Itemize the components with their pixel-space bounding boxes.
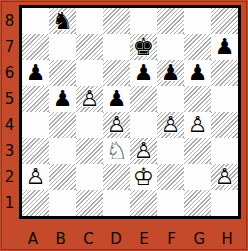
square-d3[interactable]: ♞♘ <box>103 138 130 164</box>
piece-halo: ♟ <box>154 110 187 140</box>
square-b4[interactable] <box>49 112 76 138</box>
piece-halo: ♟ <box>181 110 214 140</box>
square-f7[interactable] <box>157 34 184 60</box>
square-e7[interactable]: ♚♚ <box>130 34 157 60</box>
square-a8[interactable] <box>22 8 49 34</box>
square-f5[interactable] <box>157 86 184 112</box>
file-label-h: H <box>213 223 241 249</box>
file-label-c: C <box>75 223 103 249</box>
square-h3[interactable] <box>211 138 238 164</box>
piece-white-pawn-g4: ♙ <box>184 112 211 138</box>
piece-white-pawn-e3: ♙ <box>130 138 157 164</box>
square-c3[interactable] <box>76 138 103 164</box>
file-label-g: G <box>186 223 214 249</box>
rank-label-3: 3 <box>0 138 19 164</box>
square-g6[interactable]: ♟♟ <box>184 60 211 86</box>
square-e5[interactable] <box>130 86 157 112</box>
square-b8[interactable]: ♞♞ <box>49 8 76 34</box>
rank-label-2: 2 <box>0 164 19 190</box>
square-e1[interactable] <box>130 190 157 216</box>
square-g5[interactable] <box>184 86 211 112</box>
piece-halo: ♞ <box>46 6 79 36</box>
chessboard: ♞♞♚♚♟♟♟♟♟♟♟♟♟♟♟♟♟♙♟♟♟♙♟♙♟♙♞♘♟♙♟♙♚♔♟♙ <box>22 8 238 216</box>
piece-black-pawn-d5: ♟ <box>103 86 130 112</box>
square-g2[interactable] <box>184 164 211 190</box>
square-d4[interactable]: ♟♙ <box>103 112 130 138</box>
square-h4[interactable] <box>211 112 238 138</box>
square-g1[interactable] <box>184 190 211 216</box>
file-label-e: E <box>130 223 158 249</box>
piece-halo: ♞ <box>100 136 133 166</box>
rank-label-5: 5 <box>0 86 19 112</box>
piece-halo: ♟ <box>73 84 106 114</box>
square-b1[interactable] <box>49 190 76 216</box>
square-c7[interactable] <box>76 34 103 60</box>
square-e6[interactable]: ♟♟ <box>130 60 157 86</box>
square-h6[interactable] <box>211 60 238 86</box>
square-b2[interactable] <box>49 164 76 190</box>
file-label-a: A <box>19 223 47 249</box>
square-a7[interactable] <box>22 34 49 60</box>
piece-halo: ♟ <box>181 58 214 88</box>
square-e2[interactable]: ♚♔ <box>130 164 157 190</box>
square-d1[interactable] <box>103 190 130 216</box>
square-g4[interactable]: ♟♙ <box>184 112 211 138</box>
rank-labels: 87654321 <box>0 8 19 216</box>
piece-halo: ♟ <box>127 136 160 166</box>
square-f1[interactable] <box>157 190 184 216</box>
file-label-f: F <box>158 223 186 249</box>
piece-halo: ♟ <box>19 162 52 192</box>
square-f6[interactable]: ♟♟ <box>157 60 184 86</box>
square-h7[interactable]: ♟♟ <box>211 34 238 60</box>
square-e4[interactable] <box>130 112 157 138</box>
square-b6[interactable] <box>49 60 76 86</box>
square-c5[interactable]: ♟♙ <box>76 86 103 112</box>
rank-label-6: 6 <box>0 60 19 86</box>
square-b3[interactable] <box>49 138 76 164</box>
rank-label-7: 7 <box>0 34 19 60</box>
piece-halo: ♟ <box>208 162 241 192</box>
piece-black-pawn-h7: ♟ <box>211 34 238 60</box>
square-a1[interactable] <box>22 190 49 216</box>
square-f8[interactable] <box>157 8 184 34</box>
square-g7[interactable] <box>184 34 211 60</box>
square-g8[interactable] <box>184 8 211 34</box>
piece-halo: ♟ <box>46 84 79 114</box>
piece-black-pawn-f6: ♟ <box>157 60 184 86</box>
square-f3[interactable] <box>157 138 184 164</box>
square-b7[interactable] <box>49 34 76 60</box>
square-f2[interactable] <box>157 164 184 190</box>
file-label-b: B <box>47 223 75 249</box>
square-c8[interactable] <box>76 8 103 34</box>
rank-label-8: 8 <box>0 8 19 34</box>
piece-halo: ♟ <box>100 84 133 114</box>
piece-white-pawn-d4: ♙ <box>103 112 130 138</box>
square-e8[interactable] <box>130 8 157 34</box>
piece-halo: ♟ <box>208 32 241 62</box>
piece-white-king-e2: ♔ <box>130 164 157 190</box>
square-d7[interactable] <box>103 34 130 60</box>
piece-white-pawn-a2: ♙ <box>22 164 49 190</box>
file-label-d: D <box>102 223 130 249</box>
piece-halo: ♟ <box>100 110 133 140</box>
square-h8[interactable] <box>211 8 238 34</box>
piece-halo: ♟ <box>127 58 160 88</box>
square-d2[interactable] <box>103 164 130 190</box>
piece-halo: ♚ <box>127 32 160 62</box>
piece-white-pawn-h2: ♙ <box>211 164 238 190</box>
square-c4[interactable] <box>76 112 103 138</box>
file-labels: ABCDEFGH <box>19 223 241 249</box>
rank-label-4: 4 <box>0 112 19 138</box>
piece-black-knight-b8: ♞ <box>49 8 76 34</box>
square-d8[interactable] <box>103 8 130 34</box>
piece-halo: ♟ <box>19 58 52 88</box>
piece-white-pawn-c5: ♙ <box>76 86 103 112</box>
square-h1[interactable] <box>211 190 238 216</box>
square-b5[interactable]: ♟♟ <box>49 86 76 112</box>
piece-black-pawn-g6: ♟ <box>184 60 211 86</box>
piece-black-pawn-a6: ♟ <box>22 60 49 86</box>
square-a6[interactable]: ♟♟ <box>22 60 49 86</box>
square-h5[interactable] <box>211 86 238 112</box>
square-a2[interactable]: ♟♙ <box>22 164 49 190</box>
piece-black-pawn-b5: ♟ <box>49 86 76 112</box>
piece-halo: ♟ <box>154 58 187 88</box>
piece-halo: ♚ <box>127 162 160 192</box>
square-c2[interactable] <box>76 164 103 190</box>
piece-black-king-e7: ♚ <box>130 34 157 60</box>
square-c6[interactable] <box>76 60 103 86</box>
rank-label-1: 1 <box>0 190 19 216</box>
square-a4[interactable] <box>22 112 49 138</box>
square-h2[interactable]: ♟♙ <box>211 164 238 190</box>
square-f4[interactable]: ♟♙ <box>157 112 184 138</box>
chessboard-frame: ♞♞♚♚♟♟♟♟♟♟♟♟♟♟♟♟♟♙♟♟♟♙♟♙♟♙♞♘♟♙♟♙♚♔♟♙ <box>19 5 241 219</box>
piece-white-pawn-f4: ♙ <box>157 112 184 138</box>
square-d5[interactable]: ♟♟ <box>103 86 130 112</box>
square-g3[interactable] <box>184 138 211 164</box>
square-d6[interactable] <box>103 60 130 86</box>
square-a5[interactable] <box>22 86 49 112</box>
piece-black-pawn-e6: ♟ <box>130 60 157 86</box>
piece-white-knight-d3: ♘ <box>103 138 130 164</box>
square-a3[interactable] <box>22 138 49 164</box>
square-c1[interactable] <box>76 190 103 216</box>
square-e3[interactable]: ♟♙ <box>130 138 157 164</box>
